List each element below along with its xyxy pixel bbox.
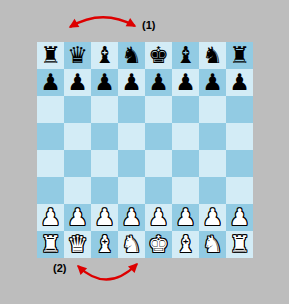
- square-a8[interactable]: ♜: [37, 42, 64, 69]
- piece-white-bishop: ♝: [94, 231, 115, 258]
- piece-white-bishop: ♝: [175, 231, 196, 258]
- square-d3[interactable]: [118, 177, 145, 204]
- square-h5[interactable]: [226, 123, 253, 150]
- swap-arrow-bottom: [78, 264, 137, 280]
- square-a4[interactable]: [37, 150, 64, 177]
- swap-label-1: (1): [142, 20, 155, 31]
- piece-white-queen: ♛: [67, 231, 88, 258]
- square-f6[interactable]: [172, 96, 199, 123]
- square-c6[interactable]: [91, 96, 118, 123]
- square-h2[interactable]: ♟: [226, 204, 253, 231]
- square-e6[interactable]: [145, 96, 172, 123]
- square-g7[interactable]: ♟: [199, 69, 226, 96]
- square-d4[interactable]: [118, 150, 145, 177]
- square-d7[interactable]: ♟: [118, 69, 145, 96]
- square-a2[interactable]: ♟: [37, 204, 64, 231]
- piece-black-bishop: ♝: [175, 42, 196, 69]
- piece-white-pawn: ♟: [40, 204, 61, 231]
- square-b6[interactable]: [64, 96, 91, 123]
- piece-black-pawn: ♟: [229, 69, 250, 96]
- piece-black-bishop: ♝: [94, 42, 115, 69]
- square-a7[interactable]: ♟: [37, 69, 64, 96]
- square-b3[interactable]: [64, 177, 91, 204]
- square-c5[interactable]: [91, 123, 118, 150]
- square-g6[interactable]: [199, 96, 226, 123]
- piece-black-king: ♚: [148, 42, 169, 69]
- square-a1[interactable]: ♜: [37, 231, 64, 258]
- square-b1[interactable]: ♛: [64, 231, 91, 258]
- square-g4[interactable]: [199, 150, 226, 177]
- piece-black-pawn: ♟: [121, 69, 142, 96]
- square-c4[interactable]: [91, 150, 118, 177]
- square-e7[interactable]: ♟: [145, 69, 172, 96]
- chessboard: ♜♛♝♞♚♝♞♜♟♟♟♟♟♟♟♟♟♟♟♟♟♟♟♟♜♛♝♞♚♝♞♜: [37, 42, 253, 258]
- swap-label-2: (2): [53, 263, 66, 274]
- piece-black-queen: ♛: [67, 42, 88, 69]
- square-h3[interactable]: [226, 177, 253, 204]
- square-b2[interactable]: ♟: [64, 204, 91, 231]
- square-f3[interactable]: [172, 177, 199, 204]
- square-h7[interactable]: ♟: [226, 69, 253, 96]
- square-d6[interactable]: [118, 96, 145, 123]
- piece-white-pawn: ♟: [229, 204, 250, 231]
- piece-black-knight: ♞: [202, 42, 223, 69]
- piece-black-pawn: ♟: [175, 69, 196, 96]
- square-e1[interactable]: ♚: [145, 231, 172, 258]
- piece-black-pawn: ♟: [67, 69, 88, 96]
- swap-arrow-top: [70, 17, 135, 27]
- square-d5[interactable]: [118, 123, 145, 150]
- square-h8[interactable]: ♜: [226, 42, 253, 69]
- piece-white-rook: ♜: [40, 231, 61, 258]
- square-b7[interactable]: ♟: [64, 69, 91, 96]
- piece-black-knight: ♞: [121, 42, 142, 69]
- square-d8[interactable]: ♞: [118, 42, 145, 69]
- piece-white-pawn: ♟: [94, 204, 115, 231]
- square-e3[interactable]: [145, 177, 172, 204]
- square-f8[interactable]: ♝: [172, 42, 199, 69]
- piece-white-rook: ♜: [229, 231, 250, 258]
- square-c3[interactable]: [91, 177, 118, 204]
- square-e4[interactable]: [145, 150, 172, 177]
- piece-white-pawn: ♟: [67, 204, 88, 231]
- square-c7[interactable]: ♟: [91, 69, 118, 96]
- square-g8[interactable]: ♞: [199, 42, 226, 69]
- square-b4[interactable]: [64, 150, 91, 177]
- square-g1[interactable]: ♞: [199, 231, 226, 258]
- square-e2[interactable]: ♟: [145, 204, 172, 231]
- square-h6[interactable]: [226, 96, 253, 123]
- piece-white-pawn: ♟: [148, 204, 169, 231]
- square-g5[interactable]: [199, 123, 226, 150]
- piece-white-knight: ♞: [202, 231, 223, 258]
- square-g3[interactable]: [199, 177, 226, 204]
- square-f7[interactable]: ♟: [172, 69, 199, 96]
- square-c1[interactable]: ♝: [91, 231, 118, 258]
- square-a5[interactable]: [37, 123, 64, 150]
- piece-black-pawn: ♟: [202, 69, 223, 96]
- square-b5[interactable]: [64, 123, 91, 150]
- square-f1[interactable]: ♝: [172, 231, 199, 258]
- square-b8[interactable]: ♛: [64, 42, 91, 69]
- square-a6[interactable]: [37, 96, 64, 123]
- square-d1[interactable]: ♞: [118, 231, 145, 258]
- square-f5[interactable]: [172, 123, 199, 150]
- square-f2[interactable]: ♟: [172, 204, 199, 231]
- piece-black-rook: ♜: [40, 42, 61, 69]
- square-f4[interactable]: [172, 150, 199, 177]
- square-g2[interactable]: ♟: [199, 204, 226, 231]
- square-e8[interactable]: ♚: [145, 42, 172, 69]
- piece-black-pawn: ♟: [94, 69, 115, 96]
- piece-white-pawn: ♟: [121, 204, 142, 231]
- square-e5[interactable]: [145, 123, 172, 150]
- square-a3[interactable]: [37, 177, 64, 204]
- piece-black-rook: ♜: [229, 42, 250, 69]
- square-c8[interactable]: ♝: [91, 42, 118, 69]
- square-d2[interactable]: ♟: [118, 204, 145, 231]
- square-h1[interactable]: ♜: [226, 231, 253, 258]
- chess-diagram: ♜♛♝♞♚♝♞♜♟♟♟♟♟♟♟♟♟♟♟♟♟♟♟♟♜♛♝♞♚♝♞♜ (1) (2): [0, 0, 289, 304]
- piece-black-pawn: ♟: [40, 69, 61, 96]
- square-h4[interactable]: [226, 150, 253, 177]
- piece-black-pawn: ♟: [148, 69, 169, 96]
- square-c2[interactable]: ♟: [91, 204, 118, 231]
- piece-white-pawn: ♟: [175, 204, 196, 231]
- piece-white-knight: ♞: [121, 231, 142, 258]
- piece-white-pawn: ♟: [202, 204, 223, 231]
- piece-white-king: ♚: [148, 231, 169, 258]
